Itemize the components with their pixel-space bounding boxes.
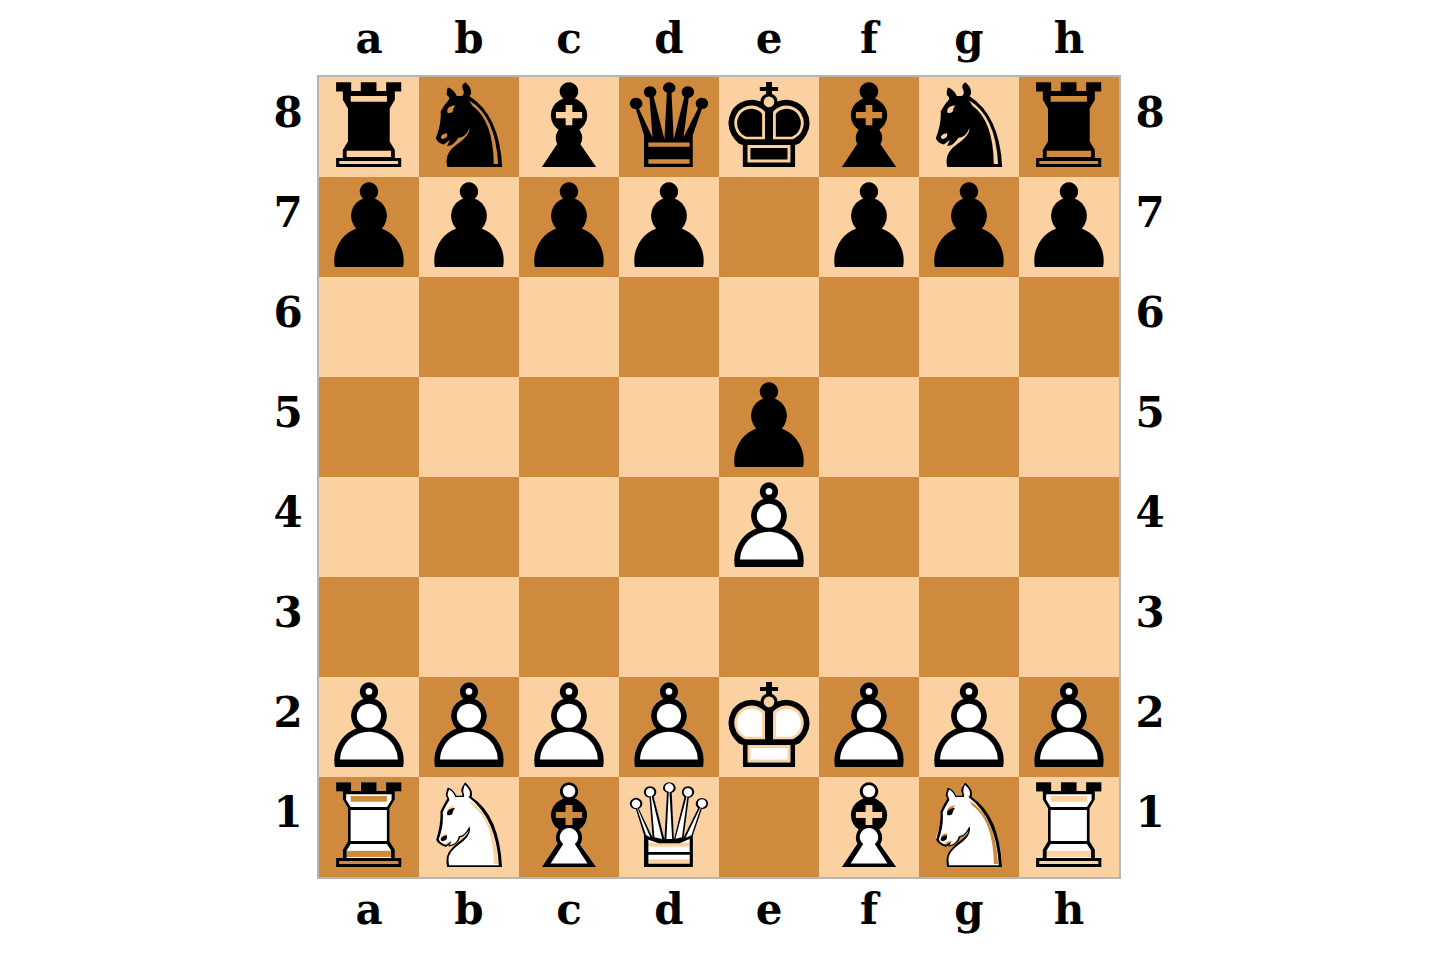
rank-label-4: 4: [1120, 463, 1180, 563]
piece-outline-layer: ♙: [919, 677, 1019, 777]
rank-label-2: 2: [258, 663, 318, 763]
square-h1[interactable]: ♜♖: [1019, 777, 1119, 877]
file-labels-top: abcdefgh: [319, 0, 1119, 72]
square-e3[interactable]: [719, 577, 819, 677]
square-c1[interactable]: ♝♗: [519, 777, 619, 877]
square-d3[interactable]: [619, 577, 719, 677]
square-a1[interactable]: ♜♖: [319, 777, 419, 877]
chess-board: ♜♞♝♛♚♝♞♜♟♟♟♟♟♟♟♟♟♙♟♙♟♙♟♙♟♙♚♔♟♙♟♙♟♙♜♖♞♘♝♗…: [317, 75, 1121, 879]
square-d4[interactable]: [619, 477, 719, 577]
piece-outline-layer: ♖: [319, 777, 419, 877]
file-label-h: h: [1019, 0, 1119, 72]
piece-fill-layer: ♜: [319, 777, 419, 877]
square-c8[interactable]: ♝: [519, 77, 619, 177]
rank-label-6: 6: [258, 263, 318, 363]
rank-label-5: 5: [258, 363, 318, 463]
square-b6[interactable]: [419, 277, 519, 377]
piece-glyph: ♟: [919, 177, 1019, 277]
square-e8[interactable]: ♚: [719, 77, 819, 177]
square-b5[interactable]: [419, 377, 519, 477]
square-a6[interactable]: [319, 277, 419, 377]
square-d2[interactable]: ♟♙: [619, 677, 719, 777]
file-label-a: a: [319, 881, 419, 953]
square-h5[interactable]: [1019, 377, 1119, 477]
piece-glyph: ♟: [719, 377, 819, 477]
piece-outline-layer: ♙: [819, 677, 919, 777]
piece-outline-layer: ♔: [719, 677, 819, 777]
piece-glyph: ♞: [419, 77, 519, 177]
file-label-a: a: [319, 0, 419, 72]
square-g7[interactable]: ♟: [919, 177, 1019, 277]
piece-white-bishop-c1[interactable]: ♝♗: [519, 777, 619, 877]
square-g1[interactable]: ♞♘: [919, 777, 1019, 877]
square-h8[interactable]: ♜: [1019, 77, 1119, 177]
square-f1[interactable]: ♝♗: [819, 777, 919, 877]
square-f7[interactable]: ♟: [819, 177, 919, 277]
square-a8[interactable]: ♜: [319, 77, 419, 177]
square-f4[interactable]: [819, 477, 919, 577]
square-f3[interactable]: [819, 577, 919, 677]
square-g4[interactable]: [919, 477, 1019, 577]
piece-outline-layer: ♙: [1019, 677, 1119, 777]
piece-outline-layer: ♙: [319, 677, 419, 777]
piece-black-bishop-c8[interactable]: ♝: [519, 77, 619, 177]
piece-fill-layer: ♟: [1019, 677, 1119, 777]
piece-black-pawn-g7[interactable]: ♟: [919, 177, 1019, 277]
piece-black-pawn-a7[interactable]: ♟: [319, 177, 419, 277]
piece-black-pawn-e5[interactable]: ♟: [719, 377, 819, 477]
file-label-d: d: [619, 0, 719, 72]
piece-white-king-e2[interactable]: ♚♔: [719, 677, 819, 777]
piece-black-rook-h8[interactable]: ♜: [1019, 77, 1119, 177]
piece-fill-layer: ♜: [1019, 777, 1119, 877]
piece-black-pawn-b7[interactable]: ♟: [419, 177, 519, 277]
file-label-b: b: [419, 0, 519, 72]
file-label-e: e: [719, 881, 819, 953]
piece-glyph: ♛: [619, 77, 719, 177]
square-g6[interactable]: [919, 277, 1019, 377]
square-c2[interactable]: ♟♙: [519, 677, 619, 777]
piece-outline-layer: ♙: [419, 677, 519, 777]
square-g5[interactable]: [919, 377, 1019, 477]
square-b8[interactable]: ♞: [419, 77, 519, 177]
piece-white-pawn-a2[interactable]: ♟♙: [319, 677, 419, 777]
square-c6[interactable]: [519, 277, 619, 377]
square-f2[interactable]: ♟♙: [819, 677, 919, 777]
square-e5[interactable]: ♟: [719, 377, 819, 477]
square-b7[interactable]: ♟: [419, 177, 519, 277]
square-e6[interactable]: [719, 277, 819, 377]
square-a4[interactable]: [319, 477, 419, 577]
piece-white-pawn-c2[interactable]: ♟♙: [519, 677, 619, 777]
piece-black-pawn-c7[interactable]: ♟: [519, 177, 619, 277]
file-label-c: c: [519, 0, 619, 72]
piece-glyph: ♟: [819, 177, 919, 277]
piece-glyph: ♜: [319, 77, 419, 177]
rank-label-7: 7: [1120, 163, 1180, 263]
square-a7[interactable]: ♟: [319, 177, 419, 277]
square-d5[interactable]: [619, 377, 719, 477]
square-f8[interactable]: ♝: [819, 77, 919, 177]
piece-fill-layer: ♛: [619, 777, 719, 877]
piece-black-knight-g8[interactable]: ♞: [919, 77, 1019, 177]
piece-white-bishop-f1[interactable]: ♝♗: [819, 777, 919, 877]
square-g2[interactable]: ♟♙: [919, 677, 1019, 777]
piece-fill-layer: ♞: [419, 777, 519, 877]
square-h3[interactable]: [1019, 577, 1119, 677]
rank-labels-left: 87654321: [258, 77, 318, 877]
piece-glyph: ♟: [419, 177, 519, 277]
square-h7[interactable]: ♟: [1019, 177, 1119, 277]
piece-white-rook-a1[interactable]: ♜♖: [319, 777, 419, 877]
file-label-h: h: [1019, 881, 1119, 953]
piece-white-pawn-g2[interactable]: ♟♙: [919, 677, 1019, 777]
piece-outline-layer: ♗: [819, 777, 919, 877]
file-label-e: e: [719, 0, 819, 72]
piece-fill-layer: ♝: [519, 777, 619, 877]
piece-fill-layer: ♟: [719, 477, 819, 577]
rank-label-7: 7: [258, 163, 318, 263]
square-a5[interactable]: [319, 377, 419, 477]
piece-fill-layer: ♟: [519, 677, 619, 777]
file-label-g: g: [919, 0, 1019, 72]
square-h2[interactable]: ♟♙: [1019, 677, 1119, 777]
piece-white-knight-b1[interactable]: ♞♘: [419, 777, 519, 877]
piece-black-king-e8[interactable]: ♚: [719, 77, 819, 177]
piece-fill-layer: ♞: [919, 777, 1019, 877]
piece-glyph: ♝: [819, 77, 919, 177]
rank-label-8: 8: [1120, 63, 1180, 163]
square-d8[interactable]: ♛: [619, 77, 719, 177]
square-b4[interactable]: [419, 477, 519, 577]
rank-labels-right: 87654321: [1120, 77, 1180, 877]
piece-outline-layer: ♗: [519, 777, 619, 877]
piece-black-queen-d8[interactable]: ♛: [619, 77, 719, 177]
rank-label-3: 3: [258, 563, 318, 663]
piece-fill-layer: ♟: [419, 677, 519, 777]
square-c4[interactable]: [519, 477, 619, 577]
file-label-g: g: [919, 881, 1019, 953]
square-h6[interactable]: [1019, 277, 1119, 377]
rank-label-5: 5: [1120, 363, 1180, 463]
square-e7[interactable]: [719, 177, 819, 277]
square-b3[interactable]: [419, 577, 519, 677]
piece-black-rook-a8[interactable]: ♜: [319, 77, 419, 177]
piece-outline-layer: ♙: [519, 677, 619, 777]
piece-outline-layer: ♕: [619, 777, 719, 877]
square-g8[interactable]: ♞: [919, 77, 1019, 177]
piece-glyph: ♝: [519, 77, 619, 177]
piece-outline-layer: ♘: [919, 777, 1019, 877]
square-g3[interactable]: [919, 577, 1019, 677]
square-e1[interactable]: [719, 777, 819, 877]
piece-outline-layer: ♖: [1019, 777, 1119, 877]
square-a2[interactable]: ♟♙: [319, 677, 419, 777]
rank-label-1: 1: [258, 763, 318, 863]
square-e4[interactable]: ♟♙: [719, 477, 819, 577]
square-c3[interactable]: [519, 577, 619, 677]
piece-outline-layer: ♙: [619, 677, 719, 777]
rank-label-1: 1: [1120, 763, 1180, 863]
piece-white-pawn-b2[interactable]: ♟♙: [419, 677, 519, 777]
piece-black-pawn-h7[interactable]: ♟: [1019, 177, 1119, 277]
piece-glyph: ♞: [919, 77, 1019, 177]
piece-black-bishop-f8[interactable]: ♝: [819, 77, 919, 177]
piece-black-pawn-f7[interactable]: ♟: [819, 177, 919, 277]
piece-fill-layer: ♝: [819, 777, 919, 877]
piece-fill-layer: ♟: [619, 677, 719, 777]
piece-white-pawn-h2[interactable]: ♟♙: [1019, 677, 1119, 777]
piece-glyph: ♟: [319, 177, 419, 277]
piece-fill-layer: ♟: [319, 677, 419, 777]
square-b2[interactable]: ♟♙: [419, 677, 519, 777]
piece-white-knight-g1[interactable]: ♞♘: [919, 777, 1019, 877]
piece-white-queen-d1[interactable]: ♛♕: [619, 777, 719, 877]
rank-label-3: 3: [1120, 563, 1180, 663]
piece-fill-layer: ♚: [719, 677, 819, 777]
piece-fill-layer: ♟: [919, 677, 1019, 777]
rank-label-6: 6: [1120, 263, 1180, 363]
piece-glyph: ♟: [1019, 177, 1119, 277]
square-h4[interactable]: [1019, 477, 1119, 577]
piece-glyph: ♟: [619, 177, 719, 277]
rank-label-8: 8: [258, 63, 318, 163]
file-label-d: d: [619, 881, 719, 953]
piece-fill-layer: ♟: [819, 677, 919, 777]
square-f6[interactable]: [819, 277, 919, 377]
piece-outline-layer: ♙: [719, 477, 819, 577]
square-b1[interactable]: ♞♘: [419, 777, 519, 877]
piece-white-pawn-e4[interactable]: ♟♙: [719, 477, 819, 577]
file-label-f: f: [819, 0, 919, 72]
file-labels-bottom: abcdefgh: [319, 881, 1119, 953]
square-c5[interactable]: [519, 377, 619, 477]
square-e2[interactable]: ♚♔: [719, 677, 819, 777]
piece-black-pawn-d7[interactable]: ♟: [619, 177, 719, 277]
file-label-f: f: [819, 881, 919, 953]
page: abcdefgh 87654321 ♜♞♝♛♚♝♞♜♟♟♟♟♟♟♟♟♟♙♟♙♟♙…: [0, 0, 1440, 960]
piece-white-pawn-f2[interactable]: ♟♙: [819, 677, 919, 777]
square-f5[interactable]: [819, 377, 919, 477]
piece-glyph: ♟: [519, 177, 619, 277]
square-c7[interactable]: ♟: [519, 177, 619, 277]
square-a3[interactable]: [319, 577, 419, 677]
rank-label-4: 4: [258, 463, 318, 563]
square-d6[interactable]: [619, 277, 719, 377]
piece-glyph: ♜: [1019, 77, 1119, 177]
piece-white-rook-h1[interactable]: ♜♖: [1019, 777, 1119, 877]
file-label-b: b: [419, 881, 519, 953]
piece-outline-layer: ♘: [419, 777, 519, 877]
rank-label-2: 2: [1120, 663, 1180, 763]
piece-white-pawn-d2[interactable]: ♟♙: [619, 677, 719, 777]
file-label-c: c: [519, 881, 619, 953]
piece-glyph: ♚: [719, 77, 819, 177]
square-d7[interactable]: ♟: [619, 177, 719, 277]
square-d1[interactable]: ♛♕: [619, 777, 719, 877]
piece-black-knight-b8[interactable]: ♞: [419, 77, 519, 177]
